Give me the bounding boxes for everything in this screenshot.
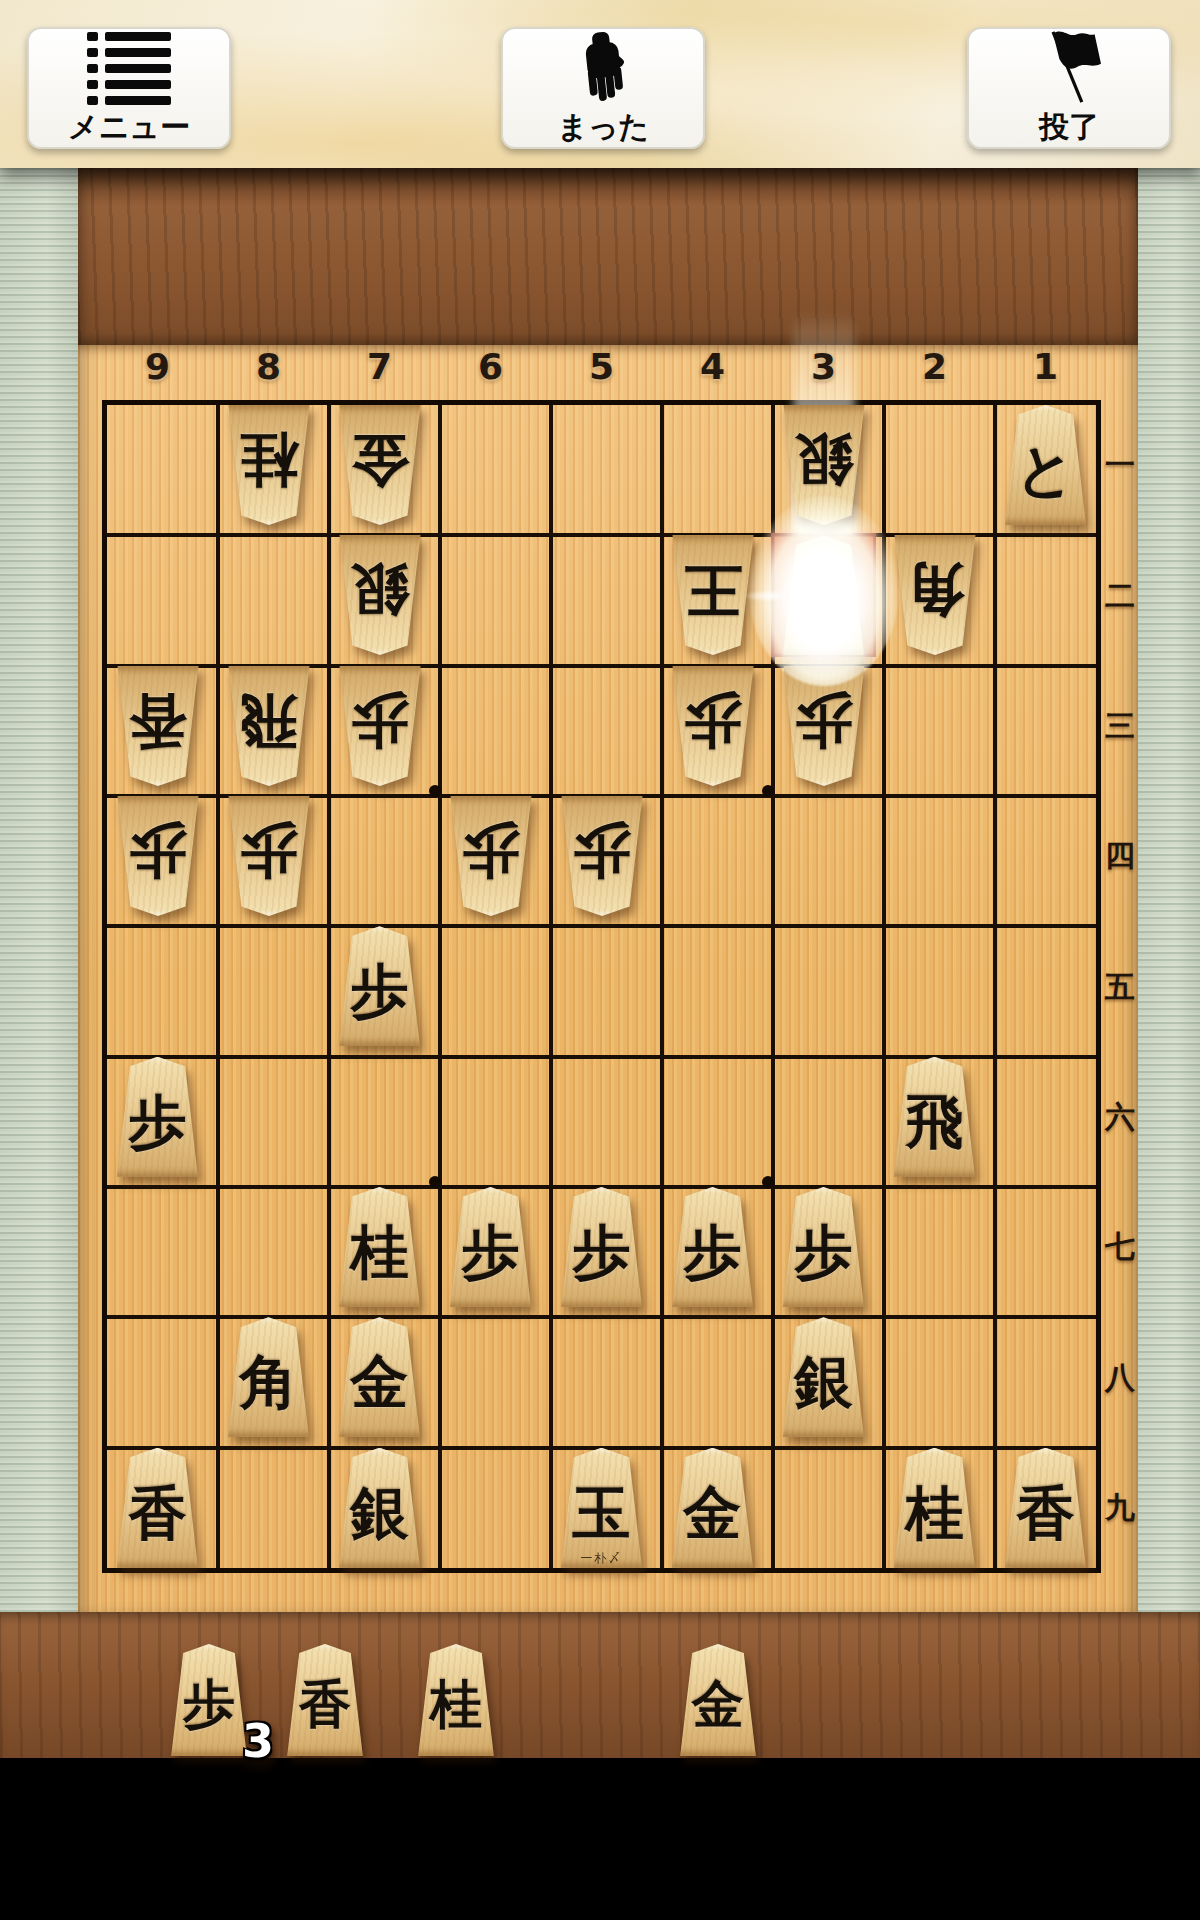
cell-58[interactable] <box>546 1312 657 1442</box>
piece-gote-歩[interactable]: 歩 <box>334 666 426 786</box>
rank-label-3: 三 <box>1098 706 1142 747</box>
cell-51[interactable] <box>546 400 657 530</box>
koma-glyph: 桂 <box>430 1670 482 1740</box>
menu-button[interactable]: メニュー <box>27 27 231 149</box>
cell-74[interactable] <box>324 791 435 921</box>
piece-gote-歩[interactable]: 歩 <box>667 666 759 786</box>
piece-gote-歩[interactable]: 歩 <box>112 796 204 916</box>
cell-76[interactable] <box>324 1052 435 1182</box>
cell-41[interactable] <box>657 400 768 530</box>
koma-glyph: 角 <box>240 1344 298 1422</box>
cell-46[interactable] <box>657 1052 768 1182</box>
cell-27[interactable] <box>879 1182 990 1312</box>
cell-18[interactable] <box>990 1312 1101 1442</box>
koma-glyph: 歩 <box>129 811 187 889</box>
file-label-4: 4 <box>683 346 743 387</box>
koma-glyph: 飛 <box>240 681 298 759</box>
bottom-bar <box>0 1758 1200 1920</box>
koma-glyph: 桂 <box>906 1475 964 1553</box>
file-label-2: 2 <box>905 346 965 387</box>
cell-62[interactable] <box>435 530 546 660</box>
undo-button-label: まった <box>557 107 649 147</box>
resign-button-label: 投了 <box>1039 107 1099 147</box>
rank-label-7: 七 <box>1098 1227 1142 1268</box>
cell-56[interactable] <box>546 1052 657 1182</box>
menu-list-icon <box>29 29 229 107</box>
file-label-1: 1 <box>1016 346 1076 387</box>
tatami-strip-left <box>0 168 78 1612</box>
piece-sente-歩[interactable]: 歩 <box>667 1187 759 1307</box>
file-label-5: 5 <box>572 346 632 387</box>
cell-36[interactable] <box>768 1052 879 1182</box>
cell-55[interactable] <box>546 921 657 1051</box>
rank-label-2: 二 <box>1098 576 1142 617</box>
piece-sente-香[interactable]: 香 <box>1000 1448 1092 1568</box>
piece-gote-歩[interactable]: 歩 <box>223 796 315 916</box>
hand-stop-icon <box>503 29 703 107</box>
cell-87[interactable] <box>213 1182 324 1312</box>
piece-sente-歩[interactable]: 歩 <box>445 1187 537 1307</box>
undo-button[interactable]: まった <box>501 27 705 149</box>
koma-glyph: 王 <box>684 550 742 628</box>
cell-13[interactable] <box>990 661 1101 791</box>
tatami-strip-right <box>1138 168 1200 1612</box>
piece-sente-角[interactable]: 角 <box>223 1317 315 1437</box>
koma-glyph: 香 <box>1017 1475 1075 1553</box>
koma-glyph: 歩 <box>573 811 631 889</box>
piece-gote-銀[interactable]: 銀 <box>334 535 426 655</box>
resign-flag-icon <box>969 27 1169 107</box>
piece-sente-桂[interactable]: 桂 <box>889 1448 981 1568</box>
rank-label-4: 四 <box>1098 836 1142 877</box>
rank-label-6: 六 <box>1098 1097 1142 1138</box>
cell-24[interactable] <box>879 791 990 921</box>
piece-sente-と[interactable]: と <box>1000 405 1092 525</box>
cell-35[interactable] <box>768 921 879 1051</box>
cell-85[interactable] <box>213 921 324 1051</box>
cell-98[interactable] <box>102 1312 213 1442</box>
file-label-6: 6 <box>461 346 521 387</box>
piece-sente-歩[interactable]: 歩 <box>778 1187 870 1307</box>
cell-45[interactable] <box>657 921 768 1051</box>
koma-glyph: 歩 <box>351 953 409 1031</box>
cell-34[interactable] <box>768 791 879 921</box>
piece-sente-桂[interactable]: 桂 <box>334 1187 426 1307</box>
cell-16[interactable] <box>990 1052 1101 1182</box>
koma-glyph: 歩 <box>129 1084 187 1162</box>
file-label-7: 7 <box>350 346 410 387</box>
file-label-3: 3 <box>794 346 854 387</box>
koma-glyph: 銀 <box>351 1475 409 1553</box>
koma-glyph: 香 <box>129 1475 187 1553</box>
cell-39[interactable] <box>768 1443 879 1573</box>
cell-63[interactable] <box>435 661 546 791</box>
piece-sente-歩[interactable]: 歩 <box>556 1187 648 1307</box>
rank-label-8: 八 <box>1098 1358 1142 1399</box>
file-label-8: 8 <box>239 346 299 387</box>
glow-flare <box>743 590 797 602</box>
top-toolbar: メニュー まった <box>0 0 1200 168</box>
piece-sente-歩[interactable]: 歩 <box>334 926 426 1046</box>
cell-44[interactable] <box>657 791 768 921</box>
cell-95[interactable] <box>102 921 213 1051</box>
rank-label-1: 一 <box>1098 445 1142 486</box>
hand-count-badge: 3 <box>242 1714 274 1768</box>
shogi-app-screen: メニュー まった <box>0 0 1200 1920</box>
rank-label-9: 九 <box>1098 1488 1142 1529</box>
gote-captured-tray <box>78 168 1138 345</box>
koma-glyph: 銀 <box>351 550 409 628</box>
piece-sente-玉[interactable]: 玉一朴〆 <box>556 1448 648 1568</box>
koma-glyph: 歩 <box>351 681 409 759</box>
koma-glyph: 香 <box>129 681 187 759</box>
cell-69[interactable] <box>435 1443 546 1573</box>
cell-68[interactable] <box>435 1312 546 1442</box>
koma-glyph: 歩 <box>240 811 298 889</box>
cell-21[interactable] <box>879 400 990 530</box>
koma-glyph: 歩 <box>684 681 742 759</box>
koma-glyph: 金 <box>351 1344 409 1422</box>
koma-glyph: 角 <box>906 550 964 628</box>
cell-12[interactable] <box>990 530 1101 660</box>
cell-89[interactable] <box>213 1443 324 1573</box>
koma-glyph: 歩 <box>462 811 520 889</box>
piece-gote-金[interactable]: 金 <box>334 405 426 525</box>
koma-glyph: 桂 <box>351 1214 409 1292</box>
file-label-9: 9 <box>128 346 188 387</box>
cell-82[interactable] <box>213 530 324 660</box>
piece-sente-香[interactable]: 香 <box>112 1448 204 1568</box>
koma-glyph: 歩 <box>462 1214 520 1292</box>
koma-glyph: 歩 <box>183 1670 235 1740</box>
cell-15[interactable] <box>990 921 1101 1051</box>
cell-53[interactable] <box>546 661 657 791</box>
hand-piece-歩[interactable]: 歩3 <box>166 1644 252 1756</box>
cell-92[interactable] <box>102 530 213 660</box>
piece-sente-金[interactable]: 金 <box>667 1448 759 1568</box>
koma-glyph: と <box>1016 432 1075 510</box>
cell-17[interactable] <box>990 1182 1101 1312</box>
piece-sente-銀[interactable]: 銀 <box>778 1317 870 1437</box>
piece-sente-銀[interactable]: 銀 <box>334 1448 426 1568</box>
cell-28[interactable] <box>879 1312 990 1442</box>
koma-glyph: 歩 <box>684 1214 742 1292</box>
cell-66[interactable] <box>435 1052 546 1182</box>
piece-gote-飛[interactable]: 飛 <box>223 666 315 786</box>
hand-piece-金[interactable]: 金 <box>675 1644 761 1756</box>
piece-gote-歩[interactable]: 歩 <box>445 796 537 916</box>
koma-glyph: 銀 <box>795 1344 853 1422</box>
koma-glyph: 金 <box>684 1475 742 1553</box>
koma-glyph: 飛 <box>906 1084 964 1162</box>
hand-piece-桂[interactable]: 桂 <box>413 1644 499 1756</box>
cell-86[interactable] <box>213 1052 324 1182</box>
piece-sente-飛[interactable]: 飛 <box>889 1057 981 1177</box>
hand-piece-香[interactable]: 香 <box>282 1644 368 1756</box>
koma-glyph: 桂 <box>240 420 298 498</box>
koma-glyph: 金 <box>351 420 409 498</box>
cell-25[interactable] <box>879 921 990 1051</box>
cell-52[interactable] <box>546 530 657 660</box>
sente-captured-tray: 歩3香桂金 <box>0 1612 1200 1758</box>
koma-glyph: 玉 <box>573 1475 631 1553</box>
koma-glyph: 歩 <box>795 681 853 759</box>
rank-label-5: 五 <box>1098 967 1142 1008</box>
koma-glyph: 歩 <box>795 1214 853 1292</box>
piece-gote-香[interactable]: 香 <box>112 666 204 786</box>
board-grid: 桂金銀と銀王角香飛歩歩歩歩歩歩歩歩歩飛桂歩歩歩歩角金銀香銀玉一朴〆金桂香 <box>102 400 1101 1573</box>
cell-14[interactable] <box>990 791 1101 921</box>
cell-23[interactable] <box>879 661 990 791</box>
koma-signature: 一朴〆 <box>556 1550 648 1567</box>
piece-gote-桂[interactable]: 桂 <box>223 405 315 525</box>
koma-glyph: 香 <box>299 1670 351 1740</box>
menu-button-label: メニュー <box>68 107 190 147</box>
cell-48[interactable] <box>657 1312 768 1442</box>
piece-sente-金[interactable]: 金 <box>334 1317 426 1437</box>
koma-glyph: 金 <box>692 1670 744 1740</box>
koma-glyph: 歩 <box>573 1214 631 1292</box>
cell-65[interactable] <box>435 921 546 1051</box>
cell-91[interactable] <box>102 400 213 530</box>
resign-button[interactable]: 投了 <box>967 27 1171 149</box>
cell-97[interactable] <box>102 1182 213 1312</box>
piece-gote-角[interactable]: 角 <box>889 535 981 655</box>
koma-glyph: 銀 <box>795 420 853 498</box>
cell-61[interactable] <box>435 400 546 530</box>
piece-gote-歩[interactable]: 歩 <box>556 796 648 916</box>
piece-sente-歩[interactable]: 歩 <box>112 1057 204 1177</box>
